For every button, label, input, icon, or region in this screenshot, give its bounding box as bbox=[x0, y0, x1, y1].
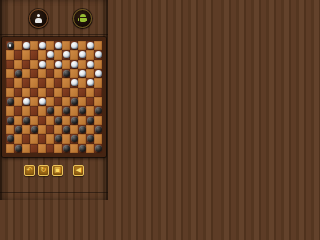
black-piece[interactable] bbox=[79, 126, 86, 133]
board-square[interactable] bbox=[46, 116, 54, 125]
board-square[interactable] bbox=[6, 106, 14, 115]
board-square[interactable] bbox=[38, 78, 46, 87]
board-square[interactable] bbox=[94, 106, 102, 115]
board-square[interactable] bbox=[30, 106, 38, 115]
board-square[interactable] bbox=[46, 88, 54, 97]
board-square[interactable] bbox=[78, 106, 86, 115]
board-square[interactable] bbox=[94, 78, 102, 87]
board-square[interactable] bbox=[78, 78, 86, 87]
board-square[interactable] bbox=[62, 97, 70, 106]
board-square[interactable] bbox=[14, 88, 22, 97]
black-piece[interactable] bbox=[79, 107, 86, 114]
board-square[interactable] bbox=[86, 69, 94, 78]
white-piece[interactable] bbox=[71, 42, 78, 49]
board-square[interactable] bbox=[30, 78, 38, 87]
board-square[interactable] bbox=[78, 50, 86, 59]
board-square[interactable] bbox=[14, 116, 22, 125]
board-square[interactable] bbox=[46, 144, 54, 153]
black-piece[interactable] bbox=[15, 70, 22, 77]
board-square[interactable] bbox=[38, 50, 46, 59]
board-square[interactable] bbox=[14, 134, 22, 143]
board-square[interactable] bbox=[14, 106, 22, 115]
board-square[interactable] bbox=[46, 106, 54, 115]
board-square[interactable] bbox=[70, 88, 78, 97]
board-square[interactable] bbox=[14, 60, 22, 69]
board-square[interactable] bbox=[46, 134, 54, 143]
white-piece[interactable] bbox=[23, 98, 30, 105]
board-square[interactable] bbox=[94, 41, 102, 50]
board-square[interactable] bbox=[30, 116, 38, 125]
board-square[interactable] bbox=[62, 134, 70, 143]
white-piece[interactable] bbox=[39, 61, 46, 68]
board-square[interactable] bbox=[6, 69, 14, 78]
board-square[interactable] bbox=[94, 69, 102, 78]
board-square[interactable] bbox=[30, 125, 38, 134]
board-square[interactable] bbox=[62, 125, 70, 134]
board-square[interactable] bbox=[86, 144, 94, 153]
board-square[interactable] bbox=[30, 144, 38, 153]
black-piece[interactable] bbox=[87, 117, 94, 124]
black-piece[interactable] bbox=[71, 117, 78, 124]
board-square[interactable] bbox=[70, 41, 78, 50]
black-king-piece[interactable] bbox=[7, 42, 14, 49]
board-square[interactable] bbox=[70, 116, 78, 125]
black-piece[interactable] bbox=[71, 98, 78, 105]
board-square[interactable] bbox=[94, 116, 102, 125]
board-square[interactable] bbox=[30, 69, 38, 78]
board-square[interactable] bbox=[62, 144, 70, 153]
white-piece[interactable] bbox=[87, 42, 94, 49]
board-square[interactable] bbox=[54, 78, 62, 87]
board-square[interactable] bbox=[22, 60, 30, 69]
board-square[interactable] bbox=[30, 60, 38, 69]
black-piece[interactable] bbox=[63, 70, 70, 77]
white-piece[interactable] bbox=[47, 51, 54, 58]
board-square[interactable] bbox=[54, 134, 62, 143]
black-piece[interactable] bbox=[95, 107, 102, 114]
king-crown-marker bbox=[9, 44, 12, 47]
board-square[interactable] bbox=[62, 41, 70, 50]
android-robot-icon bbox=[79, 14, 87, 23]
board-square[interactable] bbox=[30, 88, 38, 97]
board-square[interactable] bbox=[46, 78, 54, 87]
board-square[interactable] bbox=[62, 60, 70, 69]
board-square[interactable] bbox=[30, 134, 38, 143]
black-piece[interactable] bbox=[95, 126, 102, 133]
board-square[interactable] bbox=[6, 116, 14, 125]
board-square[interactable] bbox=[22, 134, 30, 143]
board-square[interactable] bbox=[54, 125, 62, 134]
board-square[interactable] bbox=[86, 125, 94, 134]
board-square[interactable] bbox=[22, 116, 30, 125]
board-square[interactable] bbox=[6, 60, 14, 69]
board-square[interactable] bbox=[46, 60, 54, 69]
top-plank-seam bbox=[0, 34, 108, 35]
board-square[interactable] bbox=[94, 88, 102, 97]
board-square[interactable] bbox=[22, 50, 30, 59]
board-square[interactable] bbox=[78, 69, 86, 78]
board-square[interactable] bbox=[46, 97, 54, 106]
board-square[interactable] bbox=[70, 69, 78, 78]
board-square[interactable] bbox=[86, 60, 94, 69]
board-square[interactable] bbox=[70, 78, 78, 87]
board-square[interactable] bbox=[54, 116, 62, 125]
person-icon bbox=[34, 14, 43, 24]
board-square[interactable] bbox=[54, 60, 62, 69]
white-piece[interactable] bbox=[79, 70, 86, 77]
white-piece[interactable] bbox=[95, 70, 102, 77]
board-square[interactable] bbox=[30, 41, 38, 50]
board-square[interactable] bbox=[78, 88, 86, 97]
board-square[interactable] bbox=[14, 69, 22, 78]
board-square[interactable] bbox=[6, 125, 14, 134]
checkers-board bbox=[2, 37, 106, 157]
board-square[interactable] bbox=[86, 134, 94, 143]
computer-player-avatar[interactable] bbox=[73, 9, 92, 28]
board-square[interactable] bbox=[70, 144, 78, 153]
board-square[interactable] bbox=[78, 41, 86, 50]
board-square[interactable] bbox=[86, 106, 94, 115]
board-square[interactable] bbox=[70, 106, 78, 115]
board-square[interactable] bbox=[62, 50, 70, 59]
board-square[interactable] bbox=[6, 41, 14, 50]
board-square[interactable] bbox=[38, 97, 46, 106]
board-square[interactable] bbox=[78, 97, 86, 106]
black-piece[interactable] bbox=[79, 145, 86, 152]
black-piece[interactable] bbox=[87, 135, 94, 142]
board-square[interactable] bbox=[62, 78, 70, 87]
black-piece[interactable] bbox=[15, 145, 22, 152]
sound-button[interactable]: ◀ bbox=[73, 165, 84, 176]
board-square[interactable] bbox=[30, 50, 38, 59]
board-square[interactable] bbox=[38, 69, 46, 78]
board-square[interactable] bbox=[70, 60, 78, 69]
board-square[interactable] bbox=[22, 78, 30, 87]
board-square[interactable] bbox=[70, 50, 78, 59]
black-piece[interactable] bbox=[63, 107, 70, 114]
black-piece[interactable] bbox=[55, 117, 62, 124]
board-square[interactable] bbox=[38, 106, 46, 115]
white-piece[interactable] bbox=[95, 51, 102, 58]
board-square[interactable] bbox=[46, 69, 54, 78]
board-square[interactable] bbox=[30, 97, 38, 106]
board-square[interactable] bbox=[14, 50, 22, 59]
board-square[interactable] bbox=[22, 88, 30, 97]
board-square[interactable] bbox=[54, 41, 62, 50]
board-square[interactable] bbox=[22, 41, 30, 50]
board-square[interactable] bbox=[14, 144, 22, 153]
board-square[interactable] bbox=[86, 41, 94, 50]
controls-bar: ↶↻▣◀ bbox=[0, 165, 108, 176]
board-square[interactable] bbox=[70, 97, 78, 106]
board-square[interactable] bbox=[46, 125, 54, 134]
board-square[interactable] bbox=[38, 144, 46, 153]
human-player-avatar[interactable] bbox=[29, 9, 48, 28]
board-square[interactable] bbox=[78, 116, 86, 125]
board-square[interactable] bbox=[86, 78, 94, 87]
board-square[interactable] bbox=[38, 88, 46, 97]
board-square[interactable] bbox=[22, 125, 30, 134]
white-piece[interactable] bbox=[79, 51, 86, 58]
board-square[interactable] bbox=[22, 144, 30, 153]
black-piece[interactable] bbox=[7, 117, 14, 124]
white-piece[interactable] bbox=[23, 42, 30, 49]
white-piece[interactable] bbox=[39, 98, 46, 105]
black-piece[interactable] bbox=[31, 126, 38, 133]
board-square[interactable] bbox=[6, 78, 14, 87]
board-square[interactable] bbox=[62, 116, 70, 125]
black-piece[interactable] bbox=[7, 98, 14, 105]
black-piece[interactable] bbox=[15, 126, 22, 133]
board-grid bbox=[6, 41, 102, 153]
board-square[interactable] bbox=[94, 50, 102, 59]
board-square[interactable] bbox=[22, 69, 30, 78]
black-piece[interactable] bbox=[95, 145, 102, 152]
board-square[interactable] bbox=[6, 88, 14, 97]
white-piece[interactable] bbox=[63, 51, 70, 58]
board-square[interactable] bbox=[86, 97, 94, 106]
redo-button[interactable]: ↻ bbox=[38, 165, 49, 176]
white-piece[interactable] bbox=[71, 79, 78, 86]
white-piece[interactable] bbox=[87, 79, 94, 86]
board-square[interactable] bbox=[14, 41, 22, 50]
board-square[interactable] bbox=[6, 50, 14, 59]
black-piece[interactable] bbox=[47, 107, 54, 114]
board-square[interactable] bbox=[78, 60, 86, 69]
board-square[interactable] bbox=[78, 125, 86, 134]
board-square[interactable] bbox=[78, 144, 86, 153]
white-piece[interactable] bbox=[55, 42, 62, 49]
board-square[interactable] bbox=[86, 50, 94, 59]
black-piece[interactable] bbox=[23, 117, 30, 124]
board-square[interactable] bbox=[38, 134, 46, 143]
black-piece[interactable] bbox=[63, 126, 70, 133]
board-square[interactable] bbox=[14, 78, 22, 87]
board-square[interactable] bbox=[22, 106, 30, 115]
white-piece[interactable] bbox=[71, 61, 78, 68]
board-square[interactable] bbox=[94, 134, 102, 143]
black-piece[interactable] bbox=[7, 135, 14, 142]
board-square[interactable] bbox=[54, 50, 62, 59]
board-square[interactable] bbox=[54, 144, 62, 153]
board-square[interactable] bbox=[54, 97, 62, 106]
white-piece[interactable] bbox=[55, 61, 62, 68]
white-piece[interactable] bbox=[87, 61, 94, 68]
board-square[interactable] bbox=[54, 106, 62, 115]
board-square[interactable] bbox=[94, 97, 102, 106]
undo-button[interactable]: ↶ bbox=[24, 165, 35, 176]
board-square[interactable] bbox=[6, 144, 14, 153]
board-square[interactable] bbox=[38, 60, 46, 69]
board-square[interactable] bbox=[46, 41, 54, 50]
board-square[interactable] bbox=[38, 41, 46, 50]
board-square[interactable] bbox=[94, 125, 102, 134]
white-piece[interactable] bbox=[39, 42, 46, 49]
board-square[interactable] bbox=[14, 97, 22, 106]
board-square[interactable] bbox=[22, 97, 30, 106]
black-piece[interactable] bbox=[55, 135, 62, 142]
board-square[interactable] bbox=[46, 50, 54, 59]
board-square[interactable] bbox=[38, 125, 46, 134]
black-piece[interactable] bbox=[63, 145, 70, 152]
board-square[interactable] bbox=[62, 106, 70, 115]
black-piece[interactable] bbox=[71, 135, 78, 142]
board-square[interactable] bbox=[6, 134, 14, 143]
board-square[interactable] bbox=[62, 69, 70, 78]
board-square[interactable] bbox=[14, 125, 22, 134]
board-square[interactable] bbox=[86, 88, 94, 97]
bottom-plank-seam bbox=[0, 192, 108, 193]
board-square[interactable] bbox=[6, 97, 14, 106]
restart-button[interactable]: ▣ bbox=[52, 165, 63, 176]
board-square[interactable] bbox=[94, 60, 102, 69]
board-square[interactable] bbox=[94, 144, 102, 153]
board-square[interactable] bbox=[86, 116, 94, 125]
board-square[interactable] bbox=[54, 88, 62, 97]
board-square[interactable] bbox=[54, 69, 62, 78]
board-square[interactable] bbox=[70, 134, 78, 143]
board-square[interactable] bbox=[78, 134, 86, 143]
board-square[interactable] bbox=[70, 125, 78, 134]
board-square[interactable] bbox=[38, 116, 46, 125]
board-square[interactable] bbox=[62, 88, 70, 97]
